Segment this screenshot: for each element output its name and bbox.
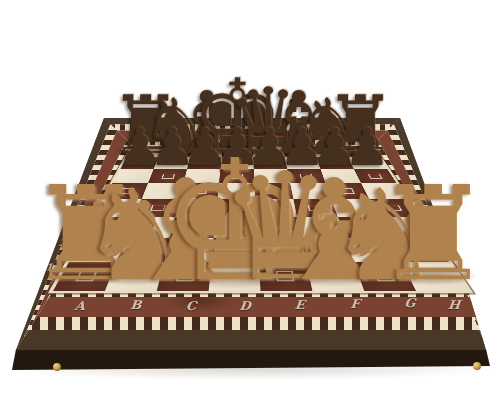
chessboard-photo-scene: ABCDEFGH12345678 ♜♞♝♚♛♝♞♜♟♟♟♟♟♟♟♟♟♟♟♟♟♟♟… — [0, 0, 500, 400]
piece-layer: ♜♞♝♚♛♝♞♜♟♟♟♟♟♟♟♟♟♟♟♟♟♟♟♟♜♞♝♚♛♝♞♜ — [0, 0, 500, 400]
piece-light-rook-h1[interactable]: ♜ — [375, 169, 492, 299]
